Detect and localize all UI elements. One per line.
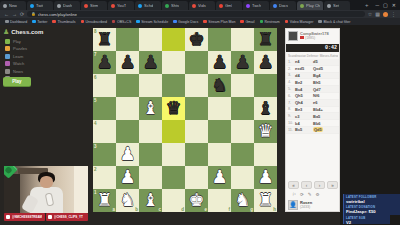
black-move[interactable]: Qd5: [313, 127, 331, 132]
sidebar-item-label: News: [13, 69, 23, 74]
white-move[interactable]: Bc5: [295, 127, 313, 132]
tab-favicon: [111, 4, 115, 8]
bookmark-label: Video Manager: [290, 20, 314, 24]
url-bar[interactable]: 🔒 chess.com/play/online: [27, 11, 365, 17]
player-avatar[interactable]: 👤: [288, 200, 298, 210]
social-handle-left: @NMCHESSSTREAM: [12, 215, 43, 219]
square-g4[interactable]: [231, 120, 254, 143]
bookmark-label: Thumbnails: [57, 20, 75, 24]
sidebar-item-icon: [5, 61, 10, 66]
square-g8[interactable]: [231, 28, 254, 51]
move-row: 7.Qh4e6: [286, 100, 339, 107]
browser-tab[interactable]: Twch: [243, 1, 270, 10]
sidebar-nav: PlayPuzzlesLearnWatchNewsSocial: [0, 36, 93, 81]
sidebar-item-watch[interactable]: Watch: [0, 59, 93, 67]
black-bishop[interactable]: ♝: [254, 97, 277, 120]
site-logo[interactable]: ♟ Chess.com: [0, 25, 93, 36]
tab-label: Vids: [198, 3, 206, 8]
rank-label: 5: [94, 98, 97, 103]
square-e6[interactable]: [185, 74, 208, 97]
square-g7[interactable]: ♟: [231, 51, 254, 74]
tab-favicon: [219, 4, 223, 8]
tab-favicon: [3, 4, 7, 8]
close-icon[interactable]: ✕: [392, 2, 396, 8]
next-move-button[interactable]: ›: [314, 181, 325, 189]
square-c1[interactable]: c♝: [139, 189, 162, 212]
bookmark-label: Dashboard: [10, 20, 27, 24]
bookmark-favicon: [112, 20, 116, 24]
white-move[interactable]: Be3: [295, 107, 313, 112]
square-d4[interactable]: [162, 120, 185, 143]
square-f1[interactable]: f: [208, 189, 231, 212]
flag-icon[interactable]: ⚐: [292, 192, 296, 197]
move-number: 6.: [286, 94, 295, 98]
site-logo-text: Chess.com: [11, 29, 43, 35]
black-move[interactable]: Bh5: [313, 80, 331, 85]
square-h7[interactable]: ♟: [254, 51, 277, 74]
tab-favicon: [165, 4, 169, 8]
white-bishop[interactable]: ♝: [139, 189, 162, 212]
move-nav-buttons: «‹›»: [288, 181, 338, 189]
tab-label: Dash: [63, 3, 72, 8]
bookmark-item[interactable]: Twitter: [32, 20, 47, 24]
opponent-clock: 0:42: [286, 44, 339, 52]
square-g3[interactable]: [231, 143, 254, 166]
square-e4[interactable]: [185, 120, 208, 143]
game-panel: CompSwier178 (1885) 0:42 Scandinavian De…: [285, 28, 340, 212]
first-move-button[interactable]: «: [288, 181, 299, 189]
square-e7[interactable]: [185, 51, 208, 74]
opponent-clock-time: 0:42: [325, 45, 337, 51]
square-h3[interactable]: [254, 143, 277, 166]
overlay-donation-value: FindJaspr: $50: [346, 209, 398, 214]
bookmark-favicon: [173, 20, 177, 24]
square-h5[interactable]: ♝: [254, 97, 277, 120]
bookmark-favicon: [240, 20, 244, 24]
square-e8[interactable]: ♚: [185, 28, 208, 51]
twitter-icon: [6, 215, 10, 219]
bookmark-item[interactable]: Gmail: [240, 20, 254, 24]
black-move[interactable]: d5: [313, 59, 331, 64]
square-b3[interactable]: ♟: [116, 143, 139, 166]
player-rating: (2433): [300, 205, 312, 209]
square-f8[interactable]: [208, 28, 231, 51]
tab-label: Gml: [225, 3, 232, 8]
overlay-latest-donation: LATEST DONATION FindJaspr: $50: [343, 204, 400, 215]
tab-favicon: [327, 4, 331, 8]
bookmark-item[interactable]: Stream Schedule: [136, 20, 168, 24]
tab-favicon: [300, 4, 304, 8]
white-pawn[interactable]: ♟: [116, 143, 139, 166]
youtube-icon: [48, 215, 52, 219]
tab-favicon: [192, 4, 196, 8]
black-move[interactable]: Qd7: [313, 87, 331, 92]
bookmark-label: Block & chat filter: [323, 20, 350, 24]
bookmark-item[interactable]: Thumbnails: [52, 20, 75, 24]
square-f4[interactable]: [208, 120, 231, 143]
chess-page: ♟ Chess.com PlayPuzzlesLearnWatchNewsSoc…: [0, 25, 400, 225]
sidebar-item-puzzles[interactable]: Puzzles: [0, 44, 93, 52]
white-move[interactable]: e4: [295, 59, 313, 64]
square-a1[interactable]: 1a♜: [93, 189, 116, 212]
lock-icon: 🔒: [31, 12, 35, 16]
white-pawn[interactable]: ♟: [116, 166, 139, 189]
bookmark-label: Gmail: [245, 20, 254, 24]
square-h6[interactable]: [254, 74, 277, 97]
white-move[interactable]: Qh5: [295, 93, 313, 98]
bookmark-item[interactable]: Video Manager: [285, 20, 314, 24]
bookmark-favicon: [52, 20, 56, 24]
tab-strip: NewTwitDashStrmYouTSchdShtsVidsGmlTwchDo…: [0, 0, 400, 10]
bookmark-item[interactable]: Google Docs: [173, 20, 198, 24]
square-g5[interactable]: [231, 97, 254, 120]
browser-tab-active[interactable]: Play Chess: [297, 1, 324, 10]
square-f7[interactable]: ♟: [208, 51, 231, 74]
bookmark-label: Stream Plan Mon: [208, 20, 235, 24]
bookmark-item[interactable]: Dashboard: [5, 20, 27, 24]
browser-tab[interactable]: YouT: [108, 1, 135, 10]
square-b8[interactable]: [116, 28, 139, 51]
move-number: 2.: [286, 67, 295, 71]
sidebar-item-icon: [5, 39, 10, 44]
square-h4[interactable]: ♛: [254, 120, 277, 143]
panel-tool-icons: ⚐⟳✎⚙: [292, 192, 320, 197]
black-move[interactable]: Qxd5: [313, 66, 331, 71]
square-d3[interactable]: [162, 143, 185, 166]
tab-label: Shts: [171, 3, 179, 8]
browser-tab[interactable]: Dash: [54, 1, 81, 10]
move-number: 8.: [286, 107, 295, 111]
black-move[interactable]: Bb6: [313, 121, 331, 126]
black-queen[interactable]: ♛: [162, 97, 185, 120]
square-b1[interactable]: b♞: [116, 189, 139, 212]
square-c5[interactable]: ♝: [139, 97, 162, 120]
bookmark-favicon: [5, 20, 9, 24]
opponent-rating: (1885): [300, 36, 329, 40]
bookmark-favicon: [136, 20, 140, 24]
square-d8[interactable]: [162, 28, 185, 51]
square-g1[interactable]: g♞: [231, 189, 254, 212]
square-f6[interactable]: ♞: [208, 74, 231, 97]
browser-tab[interactable]: Twit: [27, 1, 54, 10]
square-f5[interactable]: [208, 97, 231, 120]
social-banner-right: @CHESS_CLIPS_YT: [46, 213, 88, 221]
url-text: chess.com/play/online: [38, 12, 77, 17]
prev-move-button[interactable]: ‹: [301, 181, 312, 189]
white-bishop[interactable]: ♝: [139, 97, 162, 120]
square-a4[interactable]: 4: [93, 120, 116, 143]
move-row: 6.Qh5Nf6: [286, 93, 339, 100]
square-c8[interactable]: [139, 28, 162, 51]
tab-list: NewTwitDashStrmYouTSchdShtsVidsGmlTwchDo…: [0, 0, 362, 10]
browser-tab[interactable]: Schd: [135, 1, 162, 10]
black-rook[interactable]: ♜: [93, 28, 116, 51]
opening-name[interactable]: Scandinavian Defense: Mieses-Kotroc: [288, 54, 338, 58]
move-number: 1.: [286, 60, 295, 64]
move-number: 11.: [286, 128, 295, 132]
tab-label: Docs: [279, 3, 288, 8]
white-pawn[interactable]: ♟: [254, 166, 277, 189]
opponent-avatar[interactable]: [288, 31, 298, 41]
rank-label: 4: [94, 121, 97, 126]
square-d7[interactable]: [162, 51, 185, 74]
square-a7[interactable]: 7♟: [93, 51, 116, 74]
tab-label: New: [9, 3, 17, 8]
bookmark-label: Stream Schedule: [141, 20, 168, 24]
black-pawn[interactable]: ♟: [208, 51, 231, 74]
white-queen[interactable]: ♛: [254, 120, 277, 143]
bookmark-label: Google Docs: [178, 20, 198, 24]
square-c3[interactable]: [139, 143, 162, 166]
sidebar-item-play[interactable]: Play: [0, 36, 93, 44]
tab-favicon: [84, 4, 88, 8]
square-c4[interactable]: [139, 120, 162, 143]
move-row: 11.Bc5Qd5: [286, 127, 339, 134]
move-row: 9.c3Ba5: [286, 113, 339, 120]
square-e1[interactable]: e♚: [185, 189, 208, 212]
sidebar-item-learn[interactable]: Learn: [0, 51, 93, 59]
sidebar-item-label: Learn: [13, 54, 23, 59]
sidebar-item-label: Puzzles: [13, 46, 27, 51]
square-h8[interactable]: ♜: [254, 28, 277, 51]
sidebar-item-icon: [5, 54, 10, 59]
tab-favicon: [57, 4, 61, 8]
black-pawn[interactable]: ♟: [231, 51, 254, 74]
browser-tab[interactable]: New: [0, 1, 27, 10]
tab-favicon: [246, 4, 250, 8]
white-move[interactable]: Be2: [295, 80, 313, 85]
bookmark-label: OBS+CS: [117, 20, 131, 24]
screenshot: NewTwitDashStrmYouTSchdShtsVidsGmlTwchDo…: [0, 0, 400, 225]
square-f3[interactable]: [208, 143, 231, 166]
sidebar-item-icon: [5, 69, 10, 74]
rank-label: 2: [94, 167, 97, 172]
browser-tab[interactable]: Strm: [81, 1, 108, 10]
overlay-sub-value: V2: [346, 220, 388, 225]
square-b7[interactable]: ♟: [116, 51, 139, 74]
square-a8[interactable]: 8♜: [93, 28, 116, 51]
browser-tab[interactable]: Gml: [216, 1, 243, 10]
move-row: 3.d4Bg4: [286, 73, 339, 80]
webcam-frame: [4, 166, 88, 213]
bookmark-favicon: [318, 20, 322, 24]
tab-label: Schd: [144, 3, 153, 8]
square-e3[interactable]: [185, 143, 208, 166]
extensions-icon[interactable]: ▩: [375, 10, 380, 18]
move-row: 4.Be2Bh5: [286, 79, 339, 86]
pawn-logo-icon: ♟: [3, 28, 9, 36]
move-number: 10.: [286, 121, 295, 125]
sidebar-item-label: Watch: [13, 61, 24, 66]
square-b6[interactable]: [116, 74, 139, 97]
rank-label: 6: [94, 75, 97, 80]
move-row: 8.Be3Bb4+: [286, 107, 339, 114]
black-move[interactable]: Bb4+: [313, 107, 331, 112]
bookmark-favicon: [81, 20, 85, 24]
black-king[interactable]: ♚: [185, 28, 208, 51]
tab-label: Set: [333, 3, 339, 8]
bookmark-favicon: [32, 20, 36, 24]
white-move[interactable]: Qh4: [295, 100, 313, 105]
overlay-latest-follower: LATEST FOLLOWER swirtribal: [343, 194, 400, 204]
browser-profile-avatar[interactable]: [383, 12, 388, 17]
white-knight[interactable]: ♞: [231, 189, 254, 212]
tab-favicon: [138, 4, 142, 8]
white-knight[interactable]: ♞: [116, 189, 139, 212]
chess-board[interactable]: 8♜♚♜7♟♟♟♟♟♟6♞5♝♛♝4♛3♟2♟♟♟1a♜b♞c♝de♚fg♞h♜: [93, 28, 277, 212]
square-h1[interactable]: h♜: [254, 189, 277, 212]
minimize-icon[interactable]: ─: [376, 2, 380, 8]
bookmark-favicon: [260, 20, 264, 24]
white-move[interactable]: d4: [295, 73, 313, 78]
window-controls: ─ ▢ ✕: [372, 0, 400, 10]
bookmark-label: Unsubscribed: [86, 20, 107, 24]
move-row: 5.Bc4Qd7: [286, 86, 339, 93]
bookmarks-bar: DashboardTwitterThumbnailsUnsubscribedOB…: [0, 18, 400, 25]
square-h2[interactable]: ♟: [254, 166, 277, 189]
black-pawn[interactable]: ♟: [254, 51, 277, 74]
square-b2[interactable]: ♟: [116, 166, 139, 189]
browser-tab[interactable]: Shts: [162, 1, 189, 10]
browser-toolbar: ← → ⟳ 🔒 chess.com/play/online ☆ ▩ ⋮: [0, 10, 400, 18]
square-a6[interactable]: 6: [93, 74, 116, 97]
opponent-row: CompSwier178 (1885): [288, 31, 329, 41]
square-g2[interactable]: [231, 166, 254, 189]
edit-icon[interactable]: ✎: [308, 192, 312, 197]
rematch-icon[interactable]: ⟳: [300, 192, 304, 197]
back-icon[interactable]: ←: [4, 10, 9, 18]
black-move[interactable]: e6: [313, 100, 331, 105]
bookmark-item[interactable]: OBS+CS: [112, 20, 131, 24]
move-number: 3.: [286, 73, 295, 77]
square-e5[interactable]: [185, 97, 208, 120]
black-pawn[interactable]: ♟: [116, 51, 139, 74]
square-c2[interactable]: [139, 166, 162, 189]
square-d2[interactable]: [162, 166, 185, 189]
square-d6[interactable]: [162, 74, 185, 97]
browser-tab[interactable]: Vids: [189, 1, 216, 10]
black-move[interactable]: Bg4: [313, 73, 331, 78]
white-rook[interactable]: ♜: [93, 189, 116, 212]
sidebar-item-icon: [5, 46, 10, 51]
bookmark-item[interactable]: Stream Plan Mon: [203, 20, 235, 24]
tab-label: Strm: [90, 3, 98, 8]
white-move[interactable]: b4: [295, 121, 313, 126]
overlay-latest-sub: LATEST SUB V2: [343, 215, 390, 224]
sidebar-item-news[interactable]: News: [0, 66, 93, 74]
tab-favicon: [30, 4, 34, 8]
tab-label: Play Chess: [306, 3, 320, 8]
move-row: 2.exd5Qxd5: [286, 66, 339, 73]
bookmark-favicon: [203, 20, 207, 24]
black-rook[interactable]: ♜: [254, 28, 277, 51]
webcam-background-furniture: [4, 174, 20, 213]
settings-icon[interactable]: ⚙: [316, 192, 320, 197]
bookmark-star-icon[interactable]: ☆: [368, 10, 372, 18]
tab-label: Twch: [252, 3, 261, 8]
stream-logo-swirl: [4, 166, 12, 174]
browser-tab[interactable]: Set: [324, 1, 351, 10]
black-pawn[interactable]: ♟: [139, 51, 162, 74]
sidebar-play-button[interactable]: Play: [3, 77, 31, 86]
black-pawn[interactable]: ♟: [93, 51, 116, 74]
tab-label: Twit: [36, 3, 43, 8]
last-move-button[interactable]: »: [327, 181, 338, 189]
square-g6[interactable]: [231, 74, 254, 97]
move-number: 9.: [286, 114, 295, 118]
bookmark-item[interactable]: Block & chat filter: [318, 20, 350, 24]
bookmark-favicon: [285, 20, 289, 24]
square-b4[interactable]: [116, 120, 139, 143]
white-king[interactable]: ♚: [185, 189, 208, 212]
bookmark-label: Restream: [265, 20, 280, 24]
move-row: 10.b4Bb6: [286, 120, 339, 127]
streamer-face: [40, 176, 53, 188]
square-e2[interactable]: [185, 166, 208, 189]
tab-favicon: [273, 4, 277, 8]
menu-dots-icon[interactable]: ⋮: [391, 10, 396, 18]
social-handle-right: @CHESS_CLIPS_YT: [54, 215, 83, 219]
white-rook[interactable]: ♜: [254, 189, 277, 212]
white-pawn[interactable]: ♟: [208, 166, 231, 189]
square-c6[interactable]: [139, 74, 162, 97]
black-move[interactable]: Ba5: [313, 114, 331, 119]
black-move[interactable]: Nf6: [313, 93, 331, 98]
white-move[interactable]: c3: [295, 114, 313, 119]
bookmark-label: Twitter: [37, 20, 47, 24]
black-knight[interactable]: ♞: [208, 74, 231, 97]
square-f2[interactable]: ♟: [208, 166, 231, 189]
rank-label: 3: [94, 144, 97, 149]
maximize-icon[interactable]: ▢: [383, 2, 388, 8]
opponent-flag-icon: [300, 36, 304, 39]
social-banner-left: @NMCHESSSTREAM: [4, 213, 45, 221]
white-move[interactable]: Bc4: [295, 87, 313, 92]
browser-tab[interactable]: Docs: [270, 1, 297, 10]
player-row: 👤 Rosen (2433): [288, 200, 312, 210]
webcam-background-window: [74, 166, 88, 213]
bookmark-item[interactable]: Restream: [260, 20, 280, 24]
square-b5[interactable]: [116, 97, 139, 120]
move-number: 5.: [286, 87, 295, 91]
square-a2[interactable]: 2: [93, 166, 116, 189]
square-a3[interactable]: 3: [93, 143, 116, 166]
move-row: 1.e4d5: [286, 59, 339, 66]
current-move-highlight[interactable]: Qd5: [313, 127, 323, 132]
file-label: d: [181, 207, 184, 212]
square-c7[interactable]: ♟: [139, 51, 162, 74]
new-tab-button[interactable]: +: [362, 0, 372, 10]
file-label: f: [229, 207, 231, 212]
move-number: 4.: [286, 80, 295, 84]
bookmark-item[interactable]: Unsubscribed: [81, 20, 107, 24]
move-list: 1.e4d52.exd5Qxd53.d4Bg44.Be2Bh55.Bc4Qd76…: [286, 59, 339, 134]
square-d5[interactable]: ♛: [162, 97, 185, 120]
white-move[interactable]: exd5: [295, 66, 313, 71]
tab-label: YouT: [117, 3, 126, 8]
sidebar-item-label: Play: [13, 39, 21, 44]
reload-icon[interactable]: ⟳: [20, 10, 24, 18]
square-d1[interactable]: d: [162, 189, 185, 212]
square-a5[interactable]: 5: [93, 97, 116, 120]
forward-icon[interactable]: →: [12, 10, 17, 18]
move-number: 7.: [286, 101, 295, 105]
